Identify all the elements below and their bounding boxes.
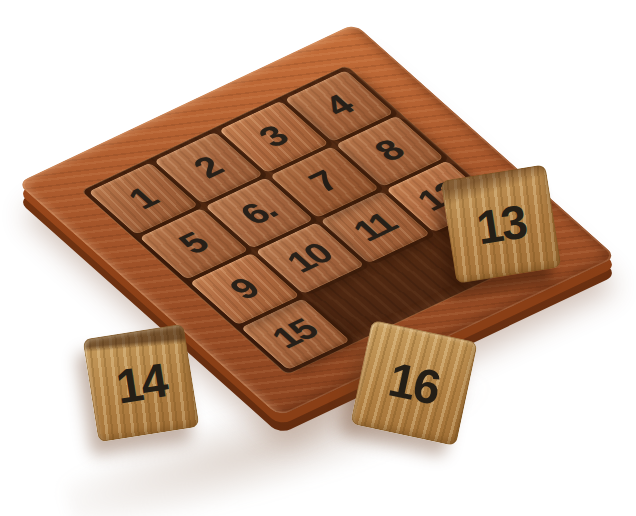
tile-label: 16 bbox=[384, 351, 444, 415]
loose-tile-16[interactable]: 16 bbox=[350, 320, 478, 446]
photo-scene: 1 2 3 4 5 6. 7 8 9 10 11 12 15 13 14 16 bbox=[0, 0, 636, 516]
loose-tile-14[interactable]: 14 bbox=[82, 324, 199, 443]
tile-label: 14 bbox=[112, 352, 169, 414]
tile-label: 13 bbox=[473, 193, 529, 255]
loose-tile-13[interactable]: 13 bbox=[441, 164, 562, 283]
